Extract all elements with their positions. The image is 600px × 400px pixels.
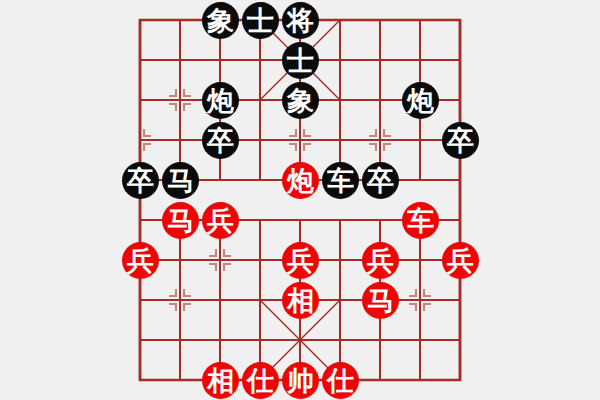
piece-black-elephant[interactable]: 象 xyxy=(202,2,239,39)
piece-red-king[interactable]: 帅 xyxy=(282,362,319,399)
xiangqi-app: 象士将士炮象炮卒卒卒马车卒炮马兵车兵兵兵兵相马相仕帅仕 xyxy=(0,0,600,400)
piece-red-advisor[interactable]: 仕 xyxy=(242,362,279,399)
piece-black-elephant[interactable]: 象 xyxy=(282,82,319,119)
piece-red-elephant[interactable]: 相 xyxy=(282,282,319,319)
piece-black-horse[interactable]: 马 xyxy=(162,162,199,199)
piece-black-soldier[interactable]: 卒 xyxy=(202,122,239,159)
piece-black-cannon[interactable]: 炮 xyxy=(402,82,439,119)
piece-black-soldier[interactable]: 卒 xyxy=(362,162,399,199)
piece-black-soldier[interactable]: 卒 xyxy=(122,162,159,199)
piece-black-soldier[interactable]: 卒 xyxy=(442,122,479,159)
piece-black-chariot[interactable]: 车 xyxy=(322,162,359,199)
piece-red-horse[interactable]: 马 xyxy=(162,202,199,239)
piece-red-soldier[interactable]: 兵 xyxy=(122,242,159,279)
piece-red-soldier[interactable]: 兵 xyxy=(442,242,479,279)
piece-red-soldier[interactable]: 兵 xyxy=(202,202,239,239)
piece-black-advisor[interactable]: 士 xyxy=(242,2,279,39)
piece-black-king[interactable]: 将 xyxy=(282,2,319,39)
piece-red-soldier[interactable]: 兵 xyxy=(282,242,319,279)
piece-red-advisor[interactable]: 仕 xyxy=(322,362,359,399)
piece-red-horse[interactable]: 马 xyxy=(362,282,399,319)
piece-red-cannon[interactable]: 炮 xyxy=(282,162,319,199)
piece-red-elephant[interactable]: 相 xyxy=(202,362,239,399)
piece-red-chariot[interactable]: 车 xyxy=(402,202,439,239)
piece-black-cannon[interactable]: 炮 xyxy=(202,82,239,119)
piece-black-advisor[interactable]: 士 xyxy=(282,42,319,79)
piece-red-soldier[interactable]: 兵 xyxy=(362,242,399,279)
